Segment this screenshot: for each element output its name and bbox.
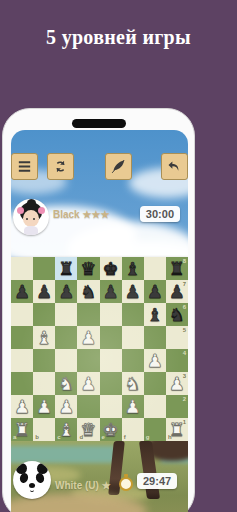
piece-white-pawn[interactable]: ♟ bbox=[33, 395, 55, 418]
square-h8[interactable]: ♜8 bbox=[166, 257, 188, 280]
square-a6[interactable] bbox=[11, 303, 33, 326]
square-c3[interactable]: ♞ bbox=[55, 372, 77, 395]
square-f2[interactable]: ♟ bbox=[122, 395, 144, 418]
square-e8[interactable]: ♚ bbox=[100, 257, 122, 280]
file-label: a bbox=[13, 434, 16, 440]
square-a2[interactable]: ♟ bbox=[11, 395, 33, 418]
square-h5[interactable]: 5 bbox=[166, 326, 188, 349]
square-g6[interactable]: ♝ bbox=[144, 303, 166, 326]
square-h3[interactable]: ♟3 bbox=[166, 372, 188, 395]
piece-white-pawn[interactable]: ♟ bbox=[77, 372, 99, 395]
flower-icon bbox=[38, 207, 45, 214]
panda-mouth bbox=[30, 488, 34, 492]
feather-icon bbox=[110, 158, 127, 175]
undo-icon bbox=[166, 158, 183, 175]
square-b5[interactable]: ♝ bbox=[33, 326, 55, 349]
piece-black-knight[interactable]: ♞ bbox=[77, 280, 99, 303]
phone-frame: Black ★★★ 30:00 ♜♛♚♝♜8♟♟♟♞♟♟♟♟7♝♞6♝♟5♟4♞… bbox=[2, 108, 195, 512]
file-label: f bbox=[124, 434, 126, 440]
refresh-icon bbox=[52, 158, 69, 175]
square-b2[interactable]: ♟ bbox=[33, 395, 55, 418]
square-b6[interactable] bbox=[33, 303, 55, 326]
square-e4[interactable] bbox=[100, 349, 122, 372]
phone-notch bbox=[72, 119, 126, 128]
piece-black-pawn[interactable]: ♟ bbox=[122, 280, 144, 303]
square-h1[interactable]: ♜1h bbox=[166, 418, 188, 441]
piece-black-pawn[interactable]: ♟ bbox=[55, 280, 77, 303]
square-f5[interactable] bbox=[122, 326, 144, 349]
square-b8[interactable] bbox=[33, 257, 55, 280]
top-player-name: Black ★★★ bbox=[53, 209, 109, 220]
piece-white-pawn[interactable]: ♟ bbox=[122, 395, 144, 418]
square-e6[interactable] bbox=[100, 303, 122, 326]
feather-button[interactable] bbox=[105, 153, 132, 180]
piece-white-pawn[interactable]: ♟ bbox=[144, 349, 166, 372]
square-g4[interactable]: ♟ bbox=[144, 349, 166, 372]
square-e5[interactable] bbox=[100, 326, 122, 349]
rank-label: 3 bbox=[183, 373, 186, 379]
square-c1[interactable]: ♝c bbox=[55, 418, 77, 441]
undo-button[interactable] bbox=[161, 153, 188, 180]
square-d6[interactable] bbox=[77, 303, 99, 326]
rank-label: 8 bbox=[183, 258, 186, 264]
square-b7[interactable]: ♟ bbox=[33, 280, 55, 303]
top-player-clock: 30:00 bbox=[140, 206, 180, 222]
square-a4[interactable] bbox=[11, 349, 33, 372]
piece-black-bishop[interactable]: ♝ bbox=[144, 303, 166, 326]
square-a7[interactable]: ♟ bbox=[11, 280, 33, 303]
square-h7[interactable]: ♟7 bbox=[166, 280, 188, 303]
girl-eye bbox=[26, 218, 28, 220]
piece-white-knight[interactable]: ♞ bbox=[55, 372, 77, 395]
file-label: h bbox=[168, 434, 172, 440]
square-e7[interactable]: ♟ bbox=[100, 280, 122, 303]
bottom-player-clock: 29:47 bbox=[137, 473, 177, 489]
file-label: c bbox=[57, 434, 60, 440]
water bbox=[11, 446, 115, 463]
square-c4[interactable] bbox=[55, 349, 77, 372]
square-h4[interactable]: 4 bbox=[166, 349, 188, 372]
flower-icon bbox=[17, 207, 24, 214]
stopwatch-icon bbox=[119, 477, 133, 491]
square-a5[interactable] bbox=[11, 326, 33, 349]
girl-eye bbox=[33, 218, 35, 220]
piece-black-rook[interactable]: ♜ bbox=[55, 257, 77, 280]
square-g1[interactable]: g bbox=[144, 418, 166, 441]
square-e2[interactable] bbox=[100, 395, 122, 418]
bottom-player-avatar bbox=[13, 461, 51, 499]
square-d3[interactable]: ♟ bbox=[77, 372, 99, 395]
square-f1[interactable]: f bbox=[122, 418, 144, 441]
rank-label: 1 bbox=[183, 419, 186, 425]
piece-white-pawn[interactable]: ♟ bbox=[55, 395, 77, 418]
square-d8[interactable]: ♛ bbox=[77, 257, 99, 280]
file-label: d bbox=[79, 434, 83, 440]
piece-black-king[interactable]: ♚ bbox=[100, 257, 122, 280]
square-d1[interactable]: ♛d bbox=[77, 418, 99, 441]
square-h6[interactable]: ♞6 bbox=[166, 303, 188, 326]
square-e1[interactable]: ♚e bbox=[100, 418, 122, 441]
square-c6[interactable] bbox=[55, 303, 77, 326]
piece-black-pawn[interactable]: ♟ bbox=[144, 280, 166, 303]
square-e3[interactable] bbox=[100, 372, 122, 395]
piece-white-bishop[interactable]: ♝ bbox=[33, 326, 55, 349]
app-screen: Black ★★★ 30:00 ♜♛♚♝♜8♟♟♟♞♟♟♟♟7♝♞6♝♟5♟4♞… bbox=[11, 130, 188, 512]
file-label: e bbox=[102, 434, 105, 440]
square-g8[interactable] bbox=[144, 257, 166, 280]
top-player-avatar bbox=[13, 199, 49, 235]
square-b3[interactable] bbox=[33, 372, 55, 395]
square-c5[interactable] bbox=[55, 326, 77, 349]
rank-label: 2 bbox=[183, 396, 186, 402]
panda-eye bbox=[19, 472, 30, 484]
rank-label: 6 bbox=[183, 304, 186, 310]
square-g5[interactable] bbox=[144, 326, 166, 349]
rank-label: 7 bbox=[183, 281, 186, 287]
rank-label: 4 bbox=[183, 350, 186, 356]
square-f7[interactable]: ♟ bbox=[122, 280, 144, 303]
square-d2[interactable] bbox=[77, 395, 99, 418]
square-d4[interactable] bbox=[77, 349, 99, 372]
file-label: g bbox=[146, 434, 150, 440]
menu-icon bbox=[16, 158, 33, 175]
girl-hair-bun bbox=[27, 199, 36, 207]
square-c2[interactable]: ♟ bbox=[55, 395, 77, 418]
file-label: b bbox=[35, 434, 39, 440]
square-d5[interactable]: ♟ bbox=[77, 326, 99, 349]
new-game-button[interactable] bbox=[47, 153, 74, 180]
piece-white-knight[interactable]: ♞ bbox=[122, 372, 144, 395]
piece-black-queen[interactable]: ♛ bbox=[77, 257, 99, 280]
square-b1[interactable]: b bbox=[33, 418, 55, 441]
piece-black-bishop[interactable]: ♝ bbox=[122, 257, 144, 280]
square-f6[interactable] bbox=[122, 303, 144, 326]
piece-white-pawn[interactable]: ♟ bbox=[11, 395, 33, 418]
square-a1[interactable]: ♜a bbox=[11, 418, 33, 441]
square-f4[interactable] bbox=[122, 349, 144, 372]
square-g2[interactable] bbox=[144, 395, 166, 418]
square-a8[interactable] bbox=[11, 257, 33, 280]
square-f3[interactable]: ♞ bbox=[122, 372, 144, 395]
square-f8[interactable]: ♝ bbox=[122, 257, 144, 280]
square-g7[interactable]: ♟ bbox=[144, 280, 166, 303]
piece-black-pawn[interactable]: ♟ bbox=[33, 280, 55, 303]
square-a3[interactable] bbox=[11, 372, 33, 395]
piece-black-pawn[interactable]: ♟ bbox=[100, 280, 122, 303]
square-g3[interactable] bbox=[144, 372, 166, 395]
menu-button[interactable] bbox=[11, 153, 38, 180]
piece-white-pawn[interactable]: ♟ bbox=[77, 326, 99, 349]
square-b4[interactable] bbox=[33, 349, 55, 372]
square-d7[interactable]: ♞ bbox=[77, 280, 99, 303]
chess-board[interactable]: ♜♛♚♝♜8♟♟♟♞♟♟♟♟7♝♞6♝♟5♟4♞♟♞♟3♟♟♟♟2♜ab♝c♛d… bbox=[11, 257, 188, 441]
bottom-player-name: White (U) ★ bbox=[55, 480, 111, 491]
square-h2[interactable]: 2 bbox=[166, 395, 188, 418]
square-c7[interactable]: ♟ bbox=[55, 280, 77, 303]
rank-label: 5 bbox=[183, 327, 186, 333]
piece-black-pawn[interactable]: ♟ bbox=[11, 280, 33, 303]
screenshot-root: 5 уровней игры bbox=[0, 0, 237, 512]
girl-body bbox=[24, 226, 38, 235]
square-c8[interactable]: ♜ bbox=[55, 257, 77, 280]
page-title: 5 уровней игры bbox=[0, 26, 237, 49]
